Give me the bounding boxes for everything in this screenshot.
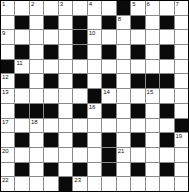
cell-r5c4[interactable] [59, 74, 72, 88]
black-cell-r7c1 [15, 104, 28, 118]
black-cell-r10c7 [102, 148, 115, 162]
clue-number: 20 [2, 148, 9, 155]
cell-r11c10[interactable] [146, 163, 159, 177]
cell-r2c2[interactable] [30, 30, 43, 44]
cell-r10c2[interactable] [30, 148, 43, 162]
cell-r0c10[interactable]: 6 [146, 1, 159, 15]
cell-r12c11[interactable] [160, 177, 173, 191]
black-cell-r5c3 [44, 74, 57, 88]
clue-number: 2 [31, 1, 34, 8]
cell-r6c7[interactable]: 14 [102, 89, 115, 103]
cell-r10c11[interactable] [160, 148, 173, 162]
black-cell-r4c0 [1, 60, 14, 74]
clue-number: 15 [147, 89, 154, 96]
cell-r11c0[interactable] [1, 163, 14, 177]
clue-number: 6 [147, 1, 150, 8]
cell-r5c2[interactable] [30, 74, 43, 88]
black-cell-r9c9 [131, 133, 144, 147]
crossword-grid: 1234567891011121314151617181920212223 [0, 0, 189, 192]
cell-r7c10[interactable] [146, 104, 159, 118]
black-cell-r11c5 [73, 163, 86, 177]
black-cell-r5c9 [131, 74, 144, 88]
black-cell-r7c7 [102, 104, 115, 118]
cell-r10c3[interactable] [44, 148, 57, 162]
black-cell-r7c3 [44, 104, 57, 118]
cell-r0c12[interactable]: 7 [175, 1, 188, 15]
black-cell-r1c11 [160, 16, 173, 30]
cell-r3c0[interactable] [1, 45, 14, 59]
cell-r2c11[interactable] [160, 30, 173, 44]
cell-r4c3[interactable] [44, 60, 57, 74]
cell-r12c5[interactable]: 23 [73, 177, 86, 191]
cell-r8c3[interactable] [44, 119, 57, 133]
black-cell-r5c10 [146, 74, 159, 88]
cell-r4c9[interactable] [131, 60, 144, 74]
cell-r10c12[interactable] [175, 148, 188, 162]
cell-r8c4[interactable] [59, 119, 72, 133]
black-cell-r1c7 [102, 16, 115, 30]
cell-r10c0[interactable]: 20 [1, 148, 14, 162]
cell-r4c6[interactable] [88, 60, 101, 74]
cell-r7c0[interactable] [1, 104, 14, 118]
clue-number: 9 [2, 30, 5, 37]
cell-r11c4[interactable] [59, 163, 72, 177]
cell-r2c8[interactable] [117, 30, 130, 44]
clue-number: 8 [118, 16, 121, 23]
cell-r8c8[interactable] [117, 119, 130, 133]
cell-r8c0[interactable]: 17 [1, 119, 14, 133]
clue-number: 3 [60, 1, 63, 8]
cell-r6c12[interactable] [175, 89, 188, 103]
clue-number: 22 [2, 177, 9, 184]
black-cell-r3c3 [44, 45, 57, 59]
clue-number: 23 [74, 177, 81, 184]
cell-r2c9[interactable] [131, 30, 144, 44]
cell-r4c1[interactable]: 11 [15, 60, 28, 74]
cell-r6c0[interactable]: 13 [1, 89, 14, 103]
clue-number: 4 [89, 1, 92, 8]
black-cell-r7c9 [131, 104, 144, 118]
clue-number: 5 [132, 1, 135, 8]
clue-number: 16 [89, 104, 96, 111]
cell-r4c2[interactable] [30, 60, 43, 74]
black-cell-r1c3 [44, 16, 57, 30]
cell-r3c6[interactable] [88, 45, 101, 59]
cell-r2c12[interactable] [175, 30, 188, 44]
cell-r4c8[interactable] [117, 60, 130, 74]
cell-r7c6[interactable]: 16 [88, 104, 101, 118]
cell-r0c11[interactable] [160, 1, 173, 15]
cell-r0c5[interactable] [73, 1, 86, 15]
cell-r2c3[interactable] [44, 30, 57, 44]
cell-r2c4[interactable] [59, 30, 72, 44]
cell-r6c8[interactable] [117, 89, 130, 103]
cell-r10c6[interactable] [88, 148, 101, 162]
cell-r8c2[interactable]: 18 [30, 119, 43, 133]
clue-number: 11 [16, 60, 22, 67]
black-cell-r9c1 [15, 133, 28, 147]
cell-r4c10[interactable] [146, 60, 159, 74]
black-cell-r8c12 [175, 119, 188, 133]
black-cell-r9c5 [73, 133, 86, 147]
cell-r9c2[interactable] [30, 133, 43, 147]
cell-r8c10[interactable] [146, 119, 159, 133]
black-cell-r1c9 [131, 16, 144, 30]
cell-r11c6[interactable] [88, 163, 101, 177]
cell-r10c1[interactable] [15, 148, 28, 162]
cell-r1c2[interactable] [30, 16, 43, 30]
cell-r0c1[interactable] [15, 1, 28, 15]
black-cell-r7c5 [73, 104, 86, 118]
black-cell-r11c7 [102, 163, 115, 177]
cell-r5c8[interactable] [117, 74, 130, 88]
cell-r0c0[interactable]: 1 [1, 1, 14, 15]
cell-r12c8[interactable] [117, 177, 130, 191]
clue-number: 17 [2, 119, 9, 126]
cell-r7c8[interactable] [117, 104, 130, 118]
black-cell-r3c1 [15, 45, 28, 59]
cell-r1c4[interactable] [59, 16, 72, 30]
black-cell-r9c7 [102, 133, 115, 147]
cell-r2c1[interactable] [15, 30, 28, 44]
black-cell-r1c1 [15, 16, 28, 30]
cell-r12c1[interactable] [15, 177, 28, 191]
clue-number: 10 [89, 30, 96, 37]
cell-r1c10[interactable] [146, 16, 159, 30]
cell-r1c8[interactable]: 8 [117, 16, 130, 30]
cell-r8c9[interactable] [131, 119, 144, 133]
cell-r6c1[interactable] [15, 89, 28, 103]
black-cell-r3c11 [160, 45, 173, 59]
cell-r5c12[interactable] [175, 74, 188, 88]
black-cell-r5c5 [73, 74, 86, 88]
cell-r2c0[interactable]: 9 [1, 30, 14, 44]
cell-r4c5[interactable] [73, 60, 86, 74]
cell-r9c8[interactable] [117, 133, 130, 147]
cell-r8c6[interactable] [88, 119, 101, 133]
cell-r0c2[interactable]: 2 [30, 1, 43, 15]
cell-r2c10[interactable] [146, 30, 159, 44]
black-cell-r5c7 [102, 74, 115, 88]
cell-r3c8[interactable] [117, 45, 130, 59]
cell-r7c4[interactable] [59, 104, 72, 118]
cell-r8c1[interactable] [15, 119, 28, 133]
cell-r1c6[interactable] [88, 16, 101, 30]
clue-number: 14 [103, 89, 110, 96]
cell-r12c9[interactable] [131, 177, 144, 191]
cell-r7c12[interactable] [175, 104, 188, 118]
clue-number: 12 [2, 74, 9, 81]
cell-r9c12[interactable]: 19 [175, 133, 188, 147]
cell-r0c3[interactable] [44, 1, 57, 15]
cell-r10c5[interactable] [73, 148, 86, 162]
cell-r0c7[interactable] [102, 1, 115, 15]
cell-r11c12[interactable] [175, 163, 188, 177]
cell-r0c4[interactable]: 3 [59, 1, 72, 15]
cell-r6c11[interactable] [160, 89, 173, 103]
cell-r2c7[interactable] [102, 30, 115, 44]
clue-number: 13 [2, 89, 9, 96]
cell-r12c6[interactable] [88, 177, 101, 191]
cell-r8c5[interactable] [73, 119, 86, 133]
black-cell-r7c2 [30, 104, 43, 118]
cell-r10c9[interactable] [131, 148, 144, 162]
cell-r1c12[interactable] [175, 16, 188, 30]
cell-r6c2[interactable] [30, 89, 43, 103]
clue-number: 1 [2, 1, 5, 8]
black-cell-r9c11 [160, 133, 173, 147]
black-cell-r11c9 [131, 163, 144, 177]
cell-r3c10[interactable] [146, 45, 159, 59]
cell-r8c7[interactable] [102, 119, 115, 133]
black-cell-r3c7 [102, 45, 115, 59]
cell-r12c7[interactable] [102, 177, 115, 191]
cell-r12c10[interactable] [146, 177, 159, 191]
cell-r8c11[interactable] [160, 119, 173, 133]
cell-r10c10[interactable] [146, 148, 159, 162]
cell-r11c2[interactable] [30, 163, 43, 177]
cell-r10c8[interactable]: 21 [117, 148, 130, 162]
black-cell-r7c11 [160, 104, 173, 118]
clue-number: 21 [118, 148, 125, 155]
cell-r3c2[interactable] [30, 45, 43, 59]
black-cell-r5c11 [160, 74, 173, 88]
black-cell-r11c3 [44, 163, 57, 177]
clue-number: 18 [31, 119, 38, 126]
cell-r4c12[interactable] [175, 60, 188, 74]
black-cell-r11c1 [15, 163, 28, 177]
black-cell-r12c4 [59, 177, 72, 191]
cell-r9c0[interactable] [1, 133, 14, 147]
black-cell-r3c9 [131, 45, 144, 59]
black-cell-r3c5 [73, 45, 86, 59]
cell-r6c5[interactable] [73, 89, 86, 103]
cell-r10c4[interactable] [59, 148, 72, 162]
black-cell-r5c1 [15, 74, 28, 88]
black-cell-r11c11 [160, 163, 173, 177]
cell-r9c6[interactable] [88, 133, 101, 147]
cell-r9c10[interactable] [146, 133, 159, 147]
black-cell-r0c8 [117, 1, 130, 15]
cell-r5c0[interactable]: 12 [1, 74, 14, 88]
cell-r9c4[interactable] [59, 133, 72, 147]
cell-r12c2[interactable] [30, 177, 43, 191]
cell-r2c6[interactable]: 10 [88, 30, 101, 44]
black-cell-r2c5 [73, 30, 86, 44]
black-cell-r9c3 [44, 133, 57, 147]
cell-r0c6[interactable]: 4 [88, 1, 101, 15]
cell-r6c9[interactable] [131, 89, 144, 103]
cell-r6c3[interactable] [44, 89, 57, 103]
black-cell-r6c6 [88, 89, 101, 103]
cell-r5c6[interactable] [88, 74, 101, 88]
cell-r1c0[interactable] [1, 16, 14, 30]
cell-r4c4[interactable] [59, 60, 72, 74]
cell-r12c12[interactable] [175, 177, 188, 191]
cell-r0c9[interactable]: 5 [131, 1, 144, 15]
cell-r4c11[interactable] [160, 60, 173, 74]
cell-r4c7[interactable] [102, 60, 115, 74]
cell-r6c10[interactable]: 15 [146, 89, 159, 103]
black-cell-r1c5 [73, 16, 86, 30]
cell-r12c0[interactable]: 22 [1, 177, 14, 191]
cell-r3c12[interactable] [175, 45, 188, 59]
cell-r11c8[interactable] [117, 163, 130, 177]
cell-r6c4[interactable] [59, 89, 72, 103]
cell-r3c4[interactable] [59, 45, 72, 59]
clue-number: 19 [176, 133, 183, 140]
clue-number: 7 [176, 1, 179, 8]
cell-r12c3[interactable] [44, 177, 57, 191]
